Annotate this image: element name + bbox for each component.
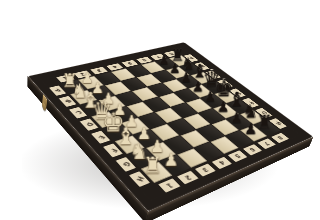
coordinate-tile: 3	[90, 67, 107, 75]
coordinate-tile: 2	[73, 70, 91, 78]
coordinate-tile: 4	[106, 63, 123, 70]
coordinate-tile: H	[129, 171, 150, 187]
coordinate-tile: A	[49, 85, 66, 95]
coordinate-tile: 8	[271, 132, 289, 142]
coordinate-tile: 1	[158, 178, 180, 192]
square-a1: ♜	[60, 80, 86, 94]
file-label-a-front: A	[47, 84, 69, 97]
coordinate-tile: C	[69, 107, 87, 119]
file-label-b-front: B	[57, 94, 79, 108]
product-photo-white-background: ABCDEFGH8♜♞♝♛♚♝♞♜87♟♟♟♟♟♟♟♟7665544332♟♟♟…	[0, 0, 320, 220]
coordinate-tile: 6	[243, 144, 262, 155]
brass-latch	[42, 94, 47, 111]
file-label-d-front: D	[78, 117, 102, 132]
square-b3	[105, 82, 131, 96]
coordinate-tile: 2	[177, 170, 199, 184]
